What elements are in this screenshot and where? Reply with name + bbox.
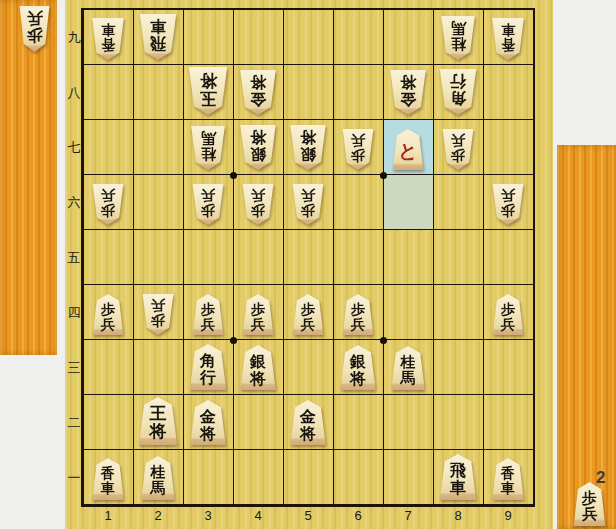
rank-label-6: 六 — [65, 175, 83, 230]
piece-face: 玉将 — [188, 67, 228, 115]
piece-32[interactable]: 金将 — [190, 400, 227, 445]
file-labels: 123456789 — [83, 505, 533, 529]
piece-face: と — [392, 129, 424, 170]
piece-87[interactable]: 歩兵 — [442, 129, 474, 170]
piece-29[interactable]: 飛車 — [139, 14, 177, 60]
komadai-gote — [557, 145, 616, 529]
shogi-board: 九八七六五四三二一 香車飛車桂馬香車玉将金将金将角行桂馬銀将銀将歩兵と歩兵歩兵歩… — [65, 0, 553, 529]
piece-kanji: 歩兵 — [501, 188, 515, 218]
piece-11[interactable]: 香車 — [92, 458, 125, 500]
piece-face: 銀将 — [240, 345, 277, 390]
komadai-sente — [0, 0, 57, 355]
piece-19[interactable]: 香車 — [92, 18, 125, 60]
piece-face: 王将 — [138, 397, 178, 445]
piece-kanji: 歩兵 — [351, 133, 365, 163]
piece-kanji: 歩兵 — [101, 302, 115, 332]
file-label-9: 9 — [483, 505, 533, 529]
piece-88[interactable]: 角行 — [439, 69, 477, 115]
piece-47[interactable]: 銀将 — [240, 125, 277, 170]
piece-kanji: 銀将 — [250, 129, 266, 163]
rank-label-3: 三 — [65, 340, 83, 395]
hand-piece-gote-pawn[interactable]: 歩兵 — [573, 482, 606, 526]
piece-face: 桂馬 — [191, 126, 226, 170]
piece-face: 歩兵 — [492, 184, 524, 225]
piece-face: 金将 — [190, 400, 227, 445]
piece-face: 飛車 — [139, 14, 177, 60]
piece-kanji: 桂馬 — [151, 464, 166, 496]
piece-face: 桂馬 — [441, 16, 476, 60]
piece-99[interactable]: 香車 — [492, 18, 525, 60]
piece-kanji: 香車 — [501, 466, 515, 496]
piece-face: 歩兵 — [492, 294, 524, 335]
piece-81[interactable]: 飛車 — [439, 454, 477, 500]
piece-64[interactable]: 歩兵 — [342, 294, 374, 335]
piece-22[interactable]: 王将 — [138, 397, 178, 445]
file-label-1: 1 — [83, 505, 133, 529]
piece-face: 飛車 — [439, 454, 477, 500]
piece-face: 歩兵 — [142, 294, 174, 335]
piece-14[interactable]: 歩兵 — [92, 294, 124, 335]
rank-label-4: 四 — [65, 285, 83, 340]
piece-kanji: 金将 — [300, 408, 316, 442]
piece-46[interactable]: 歩兵 — [242, 184, 274, 225]
piece-kanji: 歩兵 — [251, 188, 265, 218]
piece-kanji: 歩兵 — [351, 302, 365, 332]
piece-kanji: 歩兵 — [451, 133, 465, 163]
rank-label-2: 二 — [65, 395, 83, 450]
piece-56[interactable]: 歩兵 — [292, 184, 324, 225]
file-label-4: 4 — [233, 505, 283, 529]
piece-kanji: 香車 — [101, 22, 115, 52]
piece-face: 歩兵 — [292, 294, 324, 335]
piece-96[interactable]: 歩兵 — [492, 184, 524, 225]
piece-48[interactable]: 金将 — [240, 70, 277, 115]
piece-43[interactable]: 銀将 — [240, 345, 277, 390]
piece-kanji: 銀将 — [350, 353, 366, 387]
piece-kanji: 角行 — [450, 73, 466, 107]
piece-kanji: 歩兵 — [582, 490, 597, 522]
piece-kanji: と — [398, 142, 417, 162]
piece-77[interactable]: と — [392, 129, 424, 170]
piece-kanji: 香車 — [101, 466, 115, 496]
piece-94[interactable]: 歩兵 — [492, 294, 524, 335]
piece-face: 歩兵 — [192, 294, 224, 335]
piece-face: 銀将 — [290, 125, 327, 170]
piece-63[interactable]: 銀将 — [340, 345, 377, 390]
piece-67[interactable]: 歩兵 — [342, 129, 374, 170]
piece-face: 歩兵 — [242, 184, 274, 225]
piece-face: 角行 — [439, 69, 477, 115]
piece-face: 歩兵 — [92, 184, 124, 225]
piece-face: 桂馬 — [141, 456, 176, 500]
piece-face: 歩兵 — [242, 294, 274, 335]
piece-face: 歩兵 — [342, 294, 374, 335]
piece-face: 香車 — [92, 458, 125, 500]
file-label-3: 3 — [183, 505, 233, 529]
piece-34[interactable]: 歩兵 — [192, 294, 224, 335]
piece-kanji: 桂馬 — [201, 130, 216, 162]
piece-78[interactable]: 金将 — [390, 70, 427, 115]
piece-91[interactable]: 香車 — [492, 458, 525, 500]
file-label-7: 7 — [383, 505, 433, 529]
piece-face: 角行 — [189, 344, 227, 390]
piece-face: 歩兵 — [192, 184, 224, 225]
board-pieces-layer: 香車飛車桂馬香車玉将金将金将角行桂馬銀将銀将歩兵と歩兵歩兵歩兵歩兵歩兵歩兵歩兵歩… — [83, 10, 533, 505]
piece-57[interactable]: 銀将 — [290, 125, 327, 170]
piece-kanji: 飛車 — [450, 462, 466, 496]
piece-kanji: 歩兵 — [151, 298, 165, 328]
piece-face: 歩兵 — [342, 129, 374, 170]
file-label-6: 6 — [333, 505, 383, 529]
piece-face: 銀将 — [240, 125, 277, 170]
piece-kanji: 銀将 — [250, 353, 266, 387]
piece-face: 桂馬 — [391, 346, 426, 390]
piece-kanji: 王将 — [150, 405, 167, 441]
piece-44[interactable]: 歩兵 — [242, 294, 274, 335]
piece-face: 香車 — [92, 18, 125, 60]
rank-label-7: 七 — [65, 120, 83, 175]
piece-kanji: 飛車 — [150, 18, 166, 52]
rank-label-9: 九 — [65, 10, 83, 65]
rank-label-8: 八 — [65, 65, 83, 120]
piece-kanji: 香車 — [501, 22, 515, 52]
piece-face: 金将 — [390, 70, 427, 115]
rank-label-5: 五 — [65, 230, 83, 285]
piece-face: 歩兵 — [292, 184, 324, 225]
piece-kanji: 歩兵 — [27, 10, 43, 44]
piece-face: 金将 — [290, 400, 327, 445]
piece-face: 香車 — [492, 18, 525, 60]
piece-kanji: 歩兵 — [301, 302, 315, 332]
piece-face: 歩兵 — [19, 6, 50, 52]
piece-kanji: 桂馬 — [401, 354, 416, 386]
piece-38[interactable]: 玉将 — [188, 67, 228, 115]
piece-kanji: 歩兵 — [251, 302, 265, 332]
piece-face: 歩兵 — [573, 482, 606, 526]
piece-face: 歩兵 — [92, 294, 124, 335]
piece-36[interactable]: 歩兵 — [192, 184, 224, 225]
piece-kanji: 銀将 — [300, 129, 316, 163]
piece-face: 香車 — [492, 458, 525, 500]
shogi-app: 九八七六五四三二一 香車飛車桂馬香車玉将金将金将角行桂馬銀将銀将歩兵と歩兵歩兵歩… — [0, 0, 616, 529]
piece-52[interactable]: 金将 — [290, 400, 327, 445]
piece-kanji: 歩兵 — [501, 302, 515, 332]
piece-kanji: 金将 — [200, 408, 216, 442]
piece-kanji: 角行 — [200, 352, 216, 386]
piece-kanji: 歩兵 — [301, 188, 315, 218]
piece-kanji: 歩兵 — [201, 302, 215, 332]
piece-face: 銀将 — [340, 345, 377, 390]
file-label-8: 8 — [433, 505, 483, 529]
piece-face: 金将 — [240, 70, 277, 115]
piece-face: 歩兵 — [442, 129, 474, 170]
piece-kanji: 桂馬 — [451, 20, 466, 52]
piece-89[interactable]: 桂馬 — [441, 16, 476, 60]
piece-54[interactable]: 歩兵 — [292, 294, 324, 335]
piece-33[interactable]: 角行 — [189, 344, 227, 390]
piece-37[interactable]: 桂馬 — [191, 126, 226, 170]
piece-73[interactable]: 桂馬 — [391, 346, 426, 390]
piece-kanji: 金将 — [400, 74, 416, 108]
piece-kanji: 金将 — [250, 74, 266, 108]
rank-label-1: 一 — [65, 450, 83, 505]
piece-kanji: 歩兵 — [201, 188, 215, 218]
piece-21[interactable]: 桂馬 — [141, 456, 176, 500]
piece-16[interactable]: 歩兵 — [92, 184, 124, 225]
hand-piece-sente-pawn[interactable]: 歩兵 — [19, 6, 50, 52]
hand-count-gote-pawn: 2 — [596, 468, 605, 488]
piece-kanji: 玉将 — [200, 71, 217, 107]
rank-labels: 九八七六五四三二一 — [65, 10, 83, 505]
file-label-5: 5 — [283, 505, 333, 529]
piece-24[interactable]: 歩兵 — [142, 294, 174, 335]
file-label-2: 2 — [133, 505, 183, 529]
piece-kanji: 歩兵 — [101, 188, 115, 218]
